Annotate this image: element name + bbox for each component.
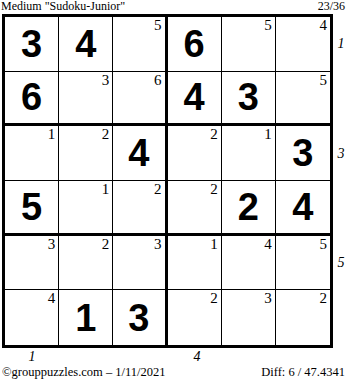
cell-r3c1: 1 — [5, 126, 59, 181]
pencil-mark: 2 — [320, 291, 328, 305]
puzzle-footer: ©grouppuzzles.com – 1/11/2021 Diff: 6 / … — [2, 365, 345, 379]
cell-r4c3: 2 — [113, 181, 167, 236]
cell-value: 6 — [5, 72, 58, 124]
cell-r3c6: 3 — [276, 126, 330, 181]
pencil-mark: 4 — [48, 291, 56, 305]
cell-value: 3 — [113, 290, 164, 345]
pencil-mark: 2 — [210, 182, 218, 196]
cell-r1c2: 4 — [59, 17, 113, 72]
cell-value: 4 — [276, 181, 330, 233]
cell-r3c3: 4 — [113, 126, 167, 181]
row-label-5: 5 — [335, 255, 347, 271]
cell-r5c6: 5 — [276, 236, 330, 291]
cell-r3c5: 1 — [222, 126, 276, 181]
cell-r1c5: 5 — [222, 17, 276, 72]
pencil-mark: 1 — [48, 127, 56, 141]
pencil-mark: 5 — [320, 73, 328, 87]
cell-r6c4: 2 — [168, 290, 222, 345]
cell-r6c2: 1 — [59, 290, 113, 345]
difficulty-text: Diff: 6 / 47.4341 — [261, 365, 345, 379]
cell-r5c5: 4 — [222, 236, 276, 291]
copyright-text: ©grouppuzzles.com – 1/11/2021 — [2, 365, 166, 379]
row-label-3: 3 — [335, 146, 347, 162]
cell-r2c6: 5 — [276, 72, 330, 127]
cell-value: 4 — [168, 72, 221, 124]
pencil-mark: 6 — [154, 73, 162, 87]
sudoku-board: 345654636435124213512224323145413232 — [2, 14, 333, 348]
cell-value: 3 — [5, 17, 58, 71]
pencil-mark: 2 — [102, 237, 110, 251]
cell-r4c1: 5 — [5, 181, 59, 236]
board-area: 345654636435124213512224323145413232 1 3… — [2, 14, 347, 348]
pencil-mark: 1 — [264, 127, 272, 141]
puzzle-header: Medium "Sudoku-Junior" 23/36 — [1, 0, 345, 13]
cell-value: 6 — [168, 17, 221, 71]
puzzle-page: Medium "Sudoku-Junior" 23/36 34565463643… — [0, 0, 347, 381]
pencil-mark: 4 — [320, 18, 328, 32]
pencil-mark: 2 — [210, 291, 218, 305]
cell-r5c2: 2 — [59, 236, 113, 291]
cell-r1c1: 3 — [5, 17, 59, 72]
cell-r1c4: 6 — [168, 17, 222, 72]
cell-r2c4: 4 — [168, 72, 222, 127]
col-label-1: 1 — [26, 350, 38, 364]
cell-value: 3 — [276, 126, 330, 180]
pencil-mark: 5 — [154, 18, 162, 32]
col-label-4: 4 — [191, 350, 203, 364]
cell-r3c4: 2 — [168, 126, 222, 181]
pencil-mark: 3 — [264, 291, 272, 305]
cell-value: 2 — [222, 181, 275, 233]
cell-r2c5: 3 — [222, 72, 276, 127]
pencil-mark: 2 — [154, 182, 162, 196]
pencil-mark: 5 — [320, 237, 328, 251]
cell-r2c3: 6 — [113, 72, 167, 127]
cell-r5c1: 3 — [5, 236, 59, 291]
cell-r6c3: 3 — [113, 290, 167, 345]
cell-r1c6: 4 — [276, 17, 330, 72]
cell-r3c2: 2 — [59, 126, 113, 181]
pencil-mark: 4 — [264, 237, 272, 251]
cell-value: 4 — [113, 126, 164, 180]
puzzle-title: Medium "Sudoku-Junior" — [1, 0, 125, 13]
pencil-mark: 1 — [210, 237, 218, 251]
puzzle-counter: 23/36 — [318, 0, 345, 13]
cell-r2c1: 6 — [5, 72, 59, 127]
pencil-mark: 3 — [102, 73, 110, 87]
cell-r6c6: 2 — [276, 290, 330, 345]
cell-r4c6: 4 — [276, 181, 330, 236]
cell-r5c4: 1 — [168, 236, 222, 291]
cell-value: 3 — [222, 72, 275, 124]
row-label-1: 1 — [335, 36, 347, 52]
cell-r1c3: 5 — [113, 17, 167, 72]
pencil-mark: 3 — [48, 237, 56, 251]
pencil-mark: 2 — [102, 127, 110, 141]
cell-r4c5: 2 — [222, 181, 276, 236]
cell-value: 5 — [5, 181, 58, 233]
pencil-mark: 2 — [210, 127, 218, 141]
pencil-mark: 3 — [154, 237, 162, 251]
cell-r6c5: 3 — [222, 290, 276, 345]
cell-value: 4 — [59, 17, 112, 71]
pencil-mark: 5 — [264, 18, 272, 32]
cell-r2c2: 3 — [59, 72, 113, 127]
cell-r4c2: 1 — [59, 181, 113, 236]
cell-r4c4: 2 — [168, 181, 222, 236]
cell-r6c1: 4 — [5, 290, 59, 345]
cell-value: 1 — [59, 290, 112, 345]
pencil-mark: 1 — [102, 182, 110, 196]
cell-r5c3: 3 — [113, 236, 167, 291]
